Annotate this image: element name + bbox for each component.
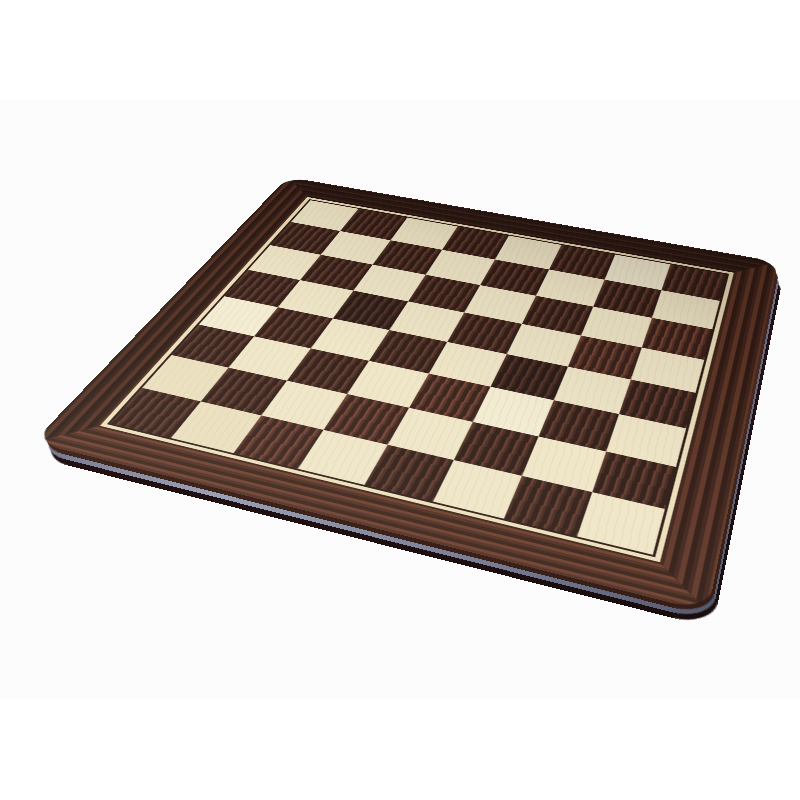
- product-photo: [0, 0, 800, 800]
